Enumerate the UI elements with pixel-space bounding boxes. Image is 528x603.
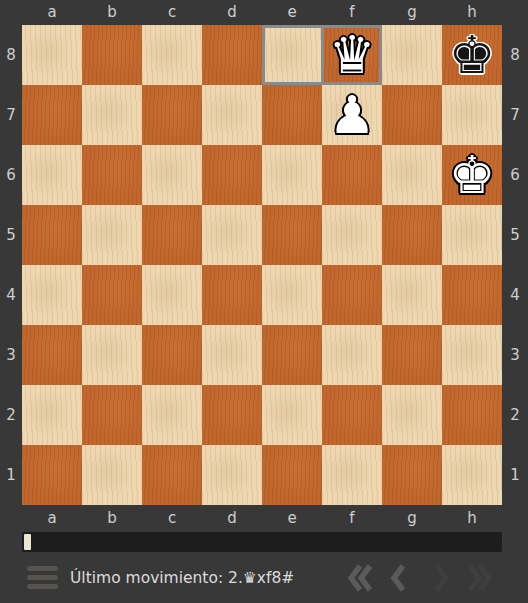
white-queen[interactable]: ♛ [329, 29, 376, 81]
white-pawn[interactable]: ♟ [329, 89, 376, 141]
rank-label-6: 6 [0, 145, 22, 205]
file-label-b: b [82, 0, 142, 25]
square-f6[interactable] [322, 145, 382, 205]
square-a3[interactable] [22, 325, 82, 385]
scrubber-marker[interactable] [24, 534, 31, 550]
file-labels-bottom: abcdefgh [22, 505, 502, 532]
chess-board: ♛♚♟♚ [22, 25, 502, 505]
square-e1[interactable] [262, 445, 322, 505]
square-d8[interactable] [202, 25, 262, 85]
square-b7[interactable] [82, 85, 142, 145]
black-king[interactable]: ♚ [449, 29, 496, 81]
menu-bar [27, 584, 58, 589]
square-d6[interactable] [202, 145, 262, 205]
square-b1[interactable] [82, 445, 142, 505]
chevron-left-icon [390, 562, 407, 594]
next-move-button[interactable] [433, 562, 450, 594]
square-g8[interactable] [382, 25, 442, 85]
square-d2[interactable] [202, 385, 262, 445]
rank-label-5: 5 [502, 205, 528, 265]
file-label-b: b [82, 505, 142, 532]
rank-label-2: 2 [502, 385, 528, 445]
rank-labels-right: 87654321 [502, 25, 528, 505]
square-e3[interactable] [262, 325, 322, 385]
file-label-e: e [262, 0, 322, 25]
square-f5[interactable] [322, 205, 382, 265]
last-move-status: Último movimiento: 2.♛xf8# [70, 569, 294, 587]
previous-move-button[interactable] [390, 562, 407, 594]
square-b3[interactable] [82, 325, 142, 385]
rank-label-6: 6 [502, 145, 528, 205]
square-d3[interactable] [202, 325, 262, 385]
square-h1[interactable] [442, 445, 502, 505]
file-label-g: g [382, 0, 442, 25]
square-e2[interactable] [262, 385, 322, 445]
square-h4[interactable] [442, 265, 502, 325]
square-c6[interactable] [142, 145, 202, 205]
square-d1[interactable] [202, 445, 262, 505]
rank-label-4: 4 [0, 265, 22, 325]
square-a4[interactable] [22, 265, 82, 325]
square-a5[interactable] [22, 205, 82, 265]
square-c7[interactable] [142, 85, 202, 145]
bottom-toolbar: Último movimiento: 2.♛xf8# [0, 552, 528, 603]
square-d5[interactable] [202, 205, 262, 265]
square-c2[interactable] [142, 385, 202, 445]
square-c5[interactable] [142, 205, 202, 265]
menu-bar [27, 566, 58, 571]
rank-label-3: 3 [0, 325, 22, 385]
rank-label-8: 8 [502, 25, 528, 85]
square-g2[interactable] [382, 385, 442, 445]
file-label-d: d [202, 0, 262, 25]
rank-label-7: 7 [0, 85, 22, 145]
file-label-h: h [442, 0, 502, 25]
file-label-e: e [262, 505, 322, 532]
rank-label-1: 1 [0, 445, 22, 505]
square-e8[interactable] [262, 25, 322, 85]
square-h5[interactable] [442, 205, 502, 265]
go-to-start-button[interactable] [346, 562, 374, 594]
square-h8[interactable]: ♚ [442, 25, 502, 85]
square-c3[interactable] [142, 325, 202, 385]
square-c8[interactable] [142, 25, 202, 85]
file-label-c: c [142, 0, 202, 25]
file-label-f: f [322, 505, 382, 532]
move-scrubber[interactable] [22, 532, 502, 552]
square-f3[interactable] [322, 325, 382, 385]
square-g6[interactable] [382, 145, 442, 205]
chess-app: abcdefgh 87654321 ♛♚♟♚ 87654321 abcdefgh… [0, 0, 528, 603]
square-f4[interactable] [322, 265, 382, 325]
file-label-a: a [22, 505, 82, 532]
double-chevron-right-icon [466, 562, 494, 594]
square-g3[interactable] [382, 325, 442, 385]
rank-label-7: 7 [502, 85, 528, 145]
rank-label-5: 5 [0, 205, 22, 265]
file-label-d: d [202, 505, 262, 532]
square-h2[interactable] [442, 385, 502, 445]
file-label-a: a [22, 0, 82, 25]
square-d4[interactable] [202, 265, 262, 325]
file-label-h: h [442, 505, 502, 532]
file-labels-top: abcdefgh [22, 0, 502, 25]
square-b5[interactable] [82, 205, 142, 265]
square-e5[interactable] [262, 205, 322, 265]
rank-label-3: 3 [502, 325, 528, 385]
square-f8[interactable]: ♛ [322, 25, 382, 85]
square-c1[interactable] [142, 445, 202, 505]
square-e4[interactable] [262, 265, 322, 325]
rank-label-8: 8 [0, 25, 22, 85]
square-e6[interactable] [262, 145, 322, 205]
square-a6[interactable] [22, 145, 82, 205]
menu-bar [27, 575, 58, 580]
square-f2[interactable] [322, 385, 382, 445]
go-to-end-button[interactable] [466, 562, 494, 594]
square-c4[interactable] [142, 265, 202, 325]
rank-label-2: 2 [0, 385, 22, 445]
square-a8[interactable] [22, 25, 82, 85]
rank-labels-left: 87654321 [0, 25, 22, 505]
move-navigation [346, 562, 494, 594]
square-g7[interactable] [382, 85, 442, 145]
square-a1[interactable] [22, 445, 82, 505]
square-d7[interactable] [202, 85, 262, 145]
white-king[interactable]: ♚ [449, 149, 496, 201]
square-f7[interactable]: ♟ [322, 85, 382, 145]
square-f1[interactable] [322, 445, 382, 505]
double-chevron-left-icon [346, 562, 374, 594]
square-b2[interactable] [82, 385, 142, 445]
square-a7[interactable] [22, 85, 82, 145]
square-h3[interactable] [442, 325, 502, 385]
file-label-c: c [142, 505, 202, 532]
square-b6[interactable] [82, 145, 142, 205]
square-a2[interactable] [22, 385, 82, 445]
square-g4[interactable] [382, 265, 442, 325]
square-g1[interactable] [382, 445, 442, 505]
rank-label-4: 4 [502, 265, 528, 325]
menu-icon[interactable] [27, 566, 58, 589]
square-h7[interactable] [442, 85, 502, 145]
rank-label-1: 1 [502, 445, 528, 505]
square-h6[interactable]: ♚ [442, 145, 502, 205]
square-g5[interactable] [382, 205, 442, 265]
square-e7[interactable] [262, 85, 322, 145]
square-b4[interactable] [82, 265, 142, 325]
file-label-f: f [322, 0, 382, 25]
file-label-g: g [382, 505, 442, 532]
square-b8[interactable] [82, 25, 142, 85]
chevron-right-icon [433, 562, 450, 594]
